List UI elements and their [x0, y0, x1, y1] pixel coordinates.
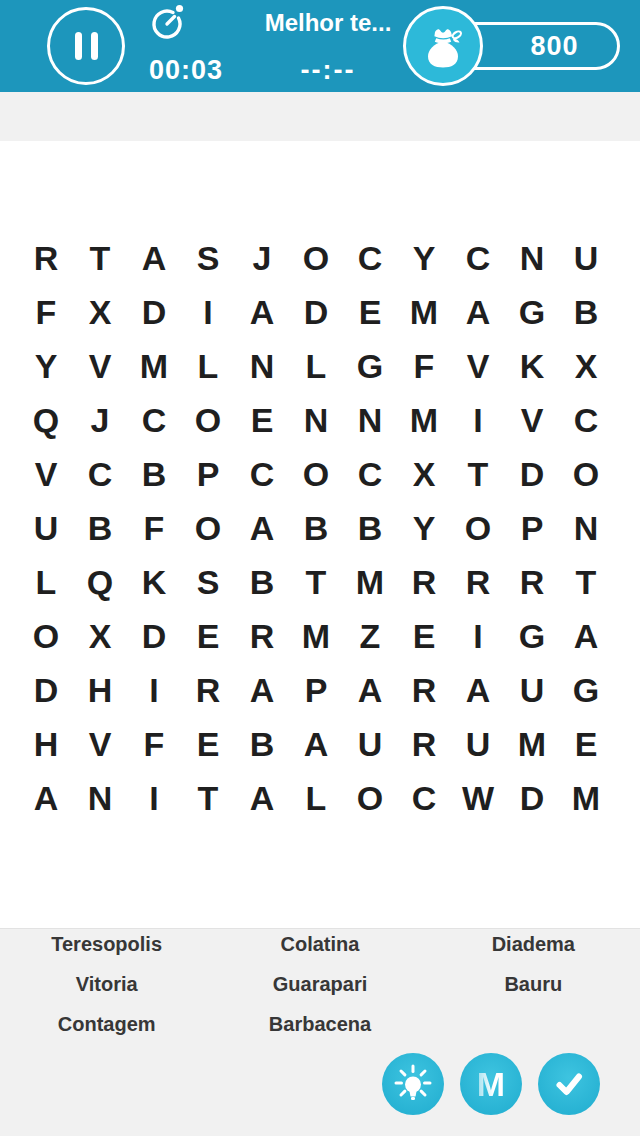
grid-cell-I3[interactable]: V — [451, 339, 505, 393]
grid-cell-B10[interactable]: V — [73, 717, 127, 771]
best-time-value: --:-- — [242, 55, 414, 86]
grid-cell-E11[interactable]: A — [235, 771, 289, 825]
grid-cell-I7[interactable]: R — [451, 555, 505, 609]
grid-cell-A1[interactable]: R — [19, 231, 73, 285]
hint-button[interactable] — [382, 1053, 444, 1115]
word-bauru: Bauru — [427, 964, 640, 1004]
grid-cell-D5[interactable]: P — [181, 447, 235, 501]
grid-cell-D2[interactable]: I — [181, 285, 235, 339]
grid-cell-J4[interactable]: V — [505, 393, 559, 447]
grid-cell-J8[interactable]: G — [505, 609, 559, 663]
grid-cell-D1[interactable]: S — [181, 231, 235, 285]
grid-cell-E4[interactable]: E — [235, 393, 289, 447]
coins-button[interactable] — [403, 6, 483, 86]
grid-cell-K7[interactable]: T — [559, 555, 613, 609]
grid-cell-A4[interactable]: Q — [19, 393, 73, 447]
timer-block: 00:03 — [130, 0, 242, 92]
grid-cell-G6[interactable]: B — [343, 501, 397, 555]
grid-cell-A9[interactable]: D — [19, 663, 73, 717]
pause-icon — [91, 32, 98, 60]
app-screen: 00:03 Melhor te... --:-- 800 RTASJOCYCNU… — [0, 0, 640, 1136]
coins-value: 800 — [530, 31, 578, 62]
money-bag-icon — [420, 23, 466, 69]
grid-cell-H9[interactable]: R — [397, 663, 451, 717]
grid-cell-J1[interactable]: N — [505, 231, 559, 285]
grid-cell-E1[interactable]: J — [235, 231, 289, 285]
word-vitoria: Vitoria — [0, 964, 213, 1004]
grid-cell-E3[interactable]: N — [235, 339, 289, 393]
word-colatina: Colatina — [213, 924, 426, 964]
grid-cell-A7[interactable]: L — [19, 555, 73, 609]
grid-cell-K10[interactable]: E — [559, 717, 613, 771]
grid-cell-I9[interactable]: A — [451, 663, 505, 717]
grid-cell-H10[interactable]: R — [397, 717, 451, 771]
grid-cell-F10[interactable]: A — [289, 717, 343, 771]
check-icon — [551, 1066, 587, 1102]
grid-cell-H11[interactable]: C — [397, 771, 451, 825]
grid-cell-J10[interactable]: M — [505, 717, 559, 771]
word-list: TeresopolisColatinaDiademaVitoriaGuarapa… — [0, 924, 640, 1044]
pause-button[interactable] — [47, 7, 125, 85]
grid-cell-F5[interactable]: O — [289, 447, 343, 501]
grid-cell-A10[interactable]: H — [19, 717, 73, 771]
grid-cell-B4[interactable]: J — [73, 393, 127, 447]
grid-cell-J7[interactable]: R — [505, 555, 559, 609]
grid-cell-J2[interactable]: G — [505, 285, 559, 339]
grid-cell-D6[interactable]: O — [181, 501, 235, 555]
grid-cell-K3[interactable]: X — [559, 339, 613, 393]
grid-cell-B9[interactable]: H — [73, 663, 127, 717]
grid-cell-I6[interactable]: O — [451, 501, 505, 555]
grid-cell-K2[interactable]: B — [559, 285, 613, 339]
grid-cell-G1[interactable]: C — [343, 231, 397, 285]
grid-cell-F11[interactable]: L — [289, 771, 343, 825]
grid-cell-J11[interactable]: D — [505, 771, 559, 825]
grid-cell-I8[interactable]: I — [451, 609, 505, 663]
grid-cell-D11[interactable]: T — [181, 771, 235, 825]
grid-cell-E10[interactable]: B — [235, 717, 289, 771]
grid-cell-G2[interactable]: E — [343, 285, 397, 339]
word-contagem: Contagem — [0, 1004, 213, 1044]
grid-cell-E5[interactable]: C — [235, 447, 289, 501]
best-time-label: Melhor te... — [242, 9, 414, 37]
grid-cell-F4[interactable]: N — [289, 393, 343, 447]
grid-cell-C10[interactable]: F — [127, 717, 181, 771]
grid-cell-D3[interactable]: L — [181, 339, 235, 393]
grid-cell-C11[interactable]: I — [127, 771, 181, 825]
grid-cell-A8[interactable]: O — [19, 609, 73, 663]
grid-cell-I11[interactable]: W — [451, 771, 505, 825]
grid-cell-A11[interactable]: A — [19, 771, 73, 825]
grid-cell-F1[interactable]: O — [289, 231, 343, 285]
grid-cell-B3[interactable]: V — [73, 339, 127, 393]
grid-cell-E2[interactable]: A — [235, 285, 289, 339]
grid-cell-E7[interactable]: B — [235, 555, 289, 609]
grid-cell-B7[interactable]: Q — [73, 555, 127, 609]
grid-cell-C7[interactable]: K — [127, 555, 181, 609]
grid-cell-F8[interactable]: M — [289, 609, 343, 663]
grid-cell-K9[interactable]: G — [559, 663, 613, 717]
confirm-button[interactable] — [538, 1053, 600, 1115]
grid-cell-C1[interactable]: A — [127, 231, 181, 285]
grid-cell-I2[interactable]: A — [451, 285, 505, 339]
grid-cell-F3[interactable]: L — [289, 339, 343, 393]
pause-icon — [75, 32, 82, 60]
grid-cell-D4[interactable]: O — [181, 393, 235, 447]
grid-cell-J6[interactable]: P — [505, 501, 559, 555]
word-teresopolis: Teresopolis — [0, 924, 213, 964]
grid-cell-C2[interactable]: D — [127, 285, 181, 339]
grid-cell-K6[interactable]: N — [559, 501, 613, 555]
grid-cell-A5[interactable]: V — [19, 447, 73, 501]
grid-cell-K8[interactable]: A — [559, 609, 613, 663]
grid-cell-G9[interactable]: A — [343, 663, 397, 717]
grid-cell-C9[interactable]: I — [127, 663, 181, 717]
grid-cell-K4[interactable]: C — [559, 393, 613, 447]
word-guarapari: Guarapari — [213, 964, 426, 1004]
grid-cell-H2[interactable]: M — [397, 285, 451, 339]
grid-cell-G3[interactable]: G — [343, 339, 397, 393]
grid-cell-E8[interactable]: R — [235, 609, 289, 663]
grid-cell-A6[interactable]: U — [19, 501, 73, 555]
m-button[interactable]: M — [460, 1053, 522, 1115]
top-bar: 00:03 Melhor te... --:-- 800 — [0, 0, 640, 92]
best-time-block: Melhor te... --:-- — [242, 0, 414, 92]
grid-cell-F2[interactable]: D — [289, 285, 343, 339]
grid-cell-I1[interactable]: C — [451, 231, 505, 285]
grid-cell-H8[interactable]: E — [397, 609, 451, 663]
grid-cell-B1[interactable]: T — [73, 231, 127, 285]
grid-cell-H5[interactable]: X — [397, 447, 451, 501]
grid-cell-J5[interactable]: D — [505, 447, 559, 501]
grid-cell-G10[interactable]: U — [343, 717, 397, 771]
word-list-panel: TeresopolisColatinaDiademaVitoriaGuarapa… — [0, 928, 640, 1136]
subheader-strip — [0, 92, 640, 141]
grid-cell-B8[interactable]: X — [73, 609, 127, 663]
grid-cell-I5[interactable]: T — [451, 447, 505, 501]
grid-cell-D8[interactable]: E — [181, 609, 235, 663]
grid-cell-D7[interactable]: S — [181, 555, 235, 609]
word-barbacena: Barbacena — [213, 1004, 426, 1044]
grid-cell-G7[interactable]: M — [343, 555, 397, 609]
grid-cell-G5[interactable]: C — [343, 447, 397, 501]
grid-cell-K1[interactable]: U — [559, 231, 613, 285]
grid-cell-C5[interactable]: B — [127, 447, 181, 501]
grid-cell-H4[interactable]: M — [397, 393, 451, 447]
grid-cell-E9[interactable]: A — [235, 663, 289, 717]
grid-cell-K5[interactable]: O — [559, 447, 613, 501]
grid-cell-H3[interactable]: F — [397, 339, 451, 393]
grid-cell-A3[interactable]: Y — [19, 339, 73, 393]
grid-cell-K11[interactable]: M — [559, 771, 613, 825]
grid-cell-J9[interactable]: U — [505, 663, 559, 717]
grid-cell-B2[interactable]: X — [73, 285, 127, 339]
grid-cell-E6[interactable]: A — [235, 501, 289, 555]
grid-cell-H1[interactable]: Y — [397, 231, 451, 285]
grid-cell-D10[interactable]: E — [181, 717, 235, 771]
stopwatch-icon — [150, 2, 188, 46]
grid-cell-C3[interactable]: M — [127, 339, 181, 393]
grid-cell-I10[interactable]: U — [451, 717, 505, 771]
grid-cell-H7[interactable]: R — [397, 555, 451, 609]
word-diadema: Diadema — [427, 924, 640, 964]
grid-cell-B6[interactable]: B — [73, 501, 127, 555]
grid-cell-J3[interactable]: K — [505, 339, 559, 393]
grid-cell-F9[interactable]: P — [289, 663, 343, 717]
grid-cell-A2[interactable]: F — [19, 285, 73, 339]
grid-cell-C8[interactable]: D — [127, 609, 181, 663]
lightbulb-icon — [393, 1064, 433, 1104]
grid-cell-H6[interactable]: Y — [397, 501, 451, 555]
timer-value: 00:03 — [130, 55, 242, 86]
grid-cell-C6[interactable]: F — [127, 501, 181, 555]
action-buttons: M — [382, 1053, 600, 1115]
grid-cell-G11[interactable]: O — [343, 771, 397, 825]
grid-cell-B11[interactable]: N — [73, 771, 127, 825]
grid-cell-B5[interactable]: C — [73, 447, 127, 501]
grid-cell-F7[interactable]: T — [289, 555, 343, 609]
grid-cell-G8[interactable]: Z — [343, 609, 397, 663]
grid-cell-I4[interactable]: I — [451, 393, 505, 447]
grid-cell-C4[interactable]: C — [127, 393, 181, 447]
grid-cell-F6[interactable]: B — [289, 501, 343, 555]
m-label: M — [477, 1067, 505, 1101]
grid-cell-D9[interactable]: R — [181, 663, 235, 717]
letter-grid: RTASJOCYCNUFXDIADEMAGBYVMLNLGFVKXQJCOENN… — [19, 231, 613, 825]
grid-cell-G4[interactable]: N — [343, 393, 397, 447]
